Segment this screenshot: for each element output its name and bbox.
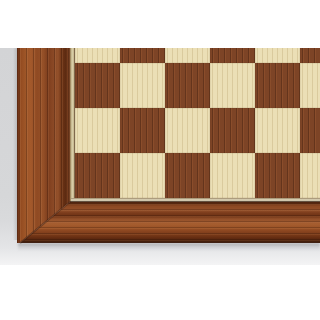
square-f4	[300, 48, 320, 63]
square-a3	[75, 63, 120, 108]
square-e3	[255, 63, 300, 108]
board-cast-shadow	[18, 243, 320, 251]
square-f2	[300, 108, 320, 153]
square-d2	[210, 108, 255, 153]
square-f3	[300, 63, 320, 108]
square-d1	[210, 153, 255, 198]
square-e2	[255, 108, 300, 153]
square-a2	[75, 108, 120, 153]
square-a4	[75, 48, 120, 63]
board-grid	[75, 48, 320, 198]
square-b1	[120, 153, 165, 198]
square-d3	[210, 63, 255, 108]
square-c1	[165, 153, 210, 198]
maple-inlay-horizontal	[71, 198, 320, 202]
square-c4	[165, 48, 210, 63]
square-e4	[255, 48, 300, 63]
board-viewport	[75, 48, 320, 198]
square-c3	[165, 63, 210, 108]
square-e1	[255, 153, 300, 198]
square-f1	[300, 153, 320, 198]
product-photo	[0, 0, 320, 320]
square-d4	[210, 48, 255, 63]
square-a1	[75, 153, 120, 198]
square-b3	[120, 63, 165, 108]
square-b4	[120, 48, 165, 63]
square-b2	[120, 108, 165, 153]
square-c2	[165, 108, 210, 153]
